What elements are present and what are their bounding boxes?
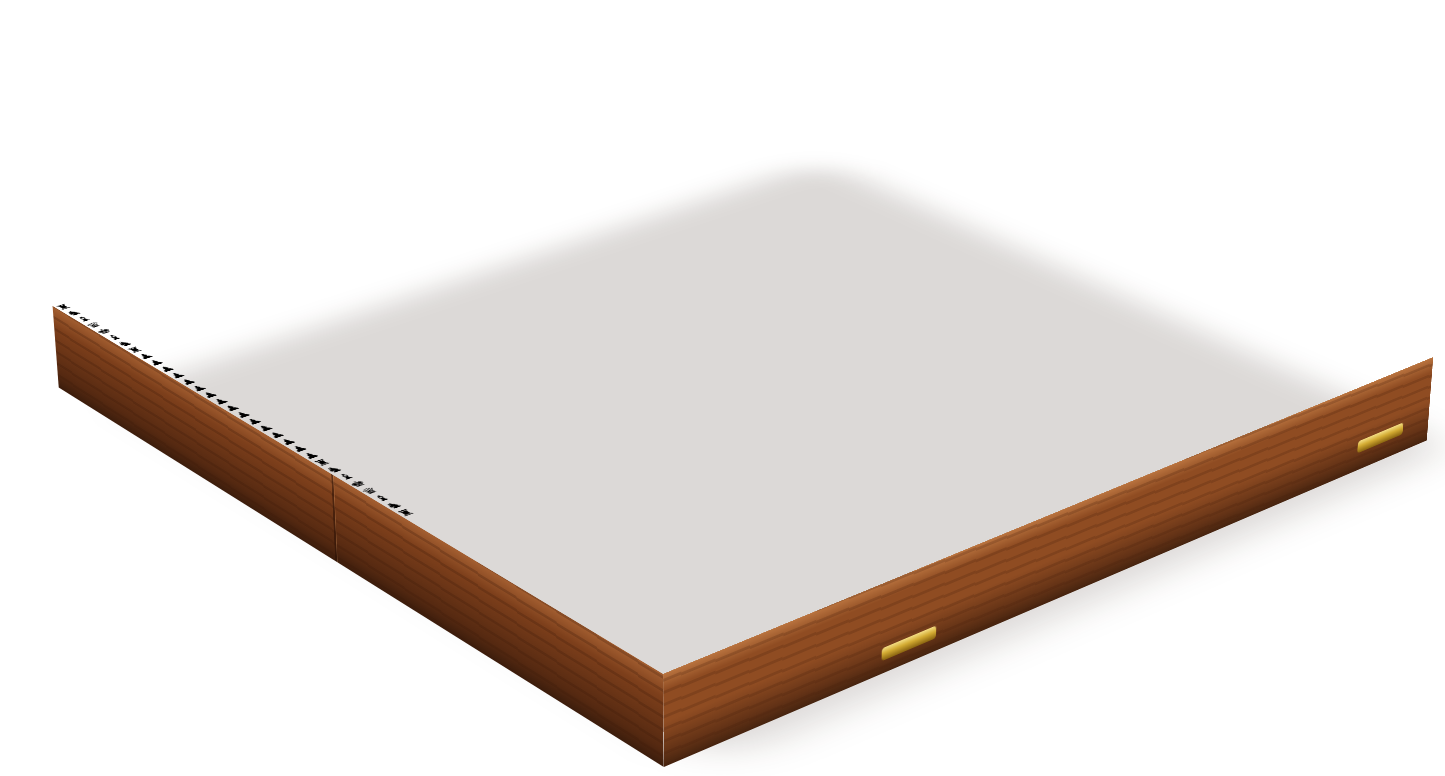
chess-board-3d: ♜♞♝♛♚♝♞♜♟♟♟♟♟♟♟♟♟♟♟♟♟♟♟♟♜♞♝♚♛♝♞♜ — [53, 77, 1434, 674]
product-scene: ♜♞♝♛♚♝♞♜♟♟♟♟♟♟♟♟♟♟♟♟♟♟♟♟♜♞♝♚♛♝♞♜ — [0, 0, 1445, 776]
box-side-front — [663, 357, 1433, 767]
clasp-plate-icon — [1357, 422, 1403, 453]
fold-seam — [331, 474, 337, 562]
clasp-plate-icon — [882, 625, 937, 661]
